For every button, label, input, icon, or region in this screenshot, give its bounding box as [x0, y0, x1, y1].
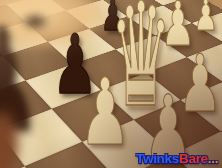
watermark-text-dots: ... [208, 151, 218, 166]
white-pawn-bottom-center: ♟ [73, 83, 138, 155]
pieces-layer: ♟♟♛♟♟♟♟♟♟ [0, 0, 222, 168]
watermark-text-twinks: Twinks [136, 151, 179, 166]
watermark-text-bare: Bare [179, 151, 208, 166]
video-still-frame: ♟♟♛♟♟♟♟♟♟ TwinksBare... [0, 0, 222, 168]
watermark: TwinksBare... [136, 151, 218, 166]
